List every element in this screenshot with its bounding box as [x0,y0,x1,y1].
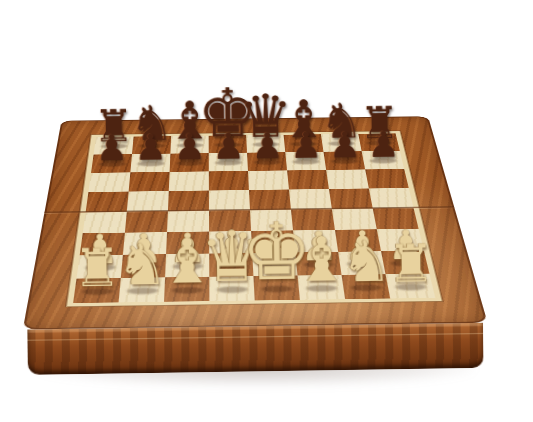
square-h6 [365,169,409,189]
piece-white-knight-b1: ♞ [119,277,165,302]
square-g7 [323,151,365,170]
square-a8 [94,137,134,155]
white-rook-glyph: ♜ [73,241,121,294]
square-c8 [170,136,208,154]
square-f6 [287,170,329,190]
piece-white-rook-a1: ♜ [73,278,121,303]
square-b7 [130,154,170,173]
square-c6 [169,171,209,191]
square-g5 [329,188,373,208]
square-f8 [284,134,324,152]
square-c5 [168,191,209,212]
chess-board: ♜♞♝♚♛♝♞♜♟♟♟♟♟♟♟♟♟♟♟♟♟♟♟♟♜♞♝♛♚♝♞♜ [23,116,488,329]
square-a5 [86,192,129,213]
square-c7 [170,153,209,172]
square-g6 [326,169,369,189]
square-h5 [369,188,414,208]
square-h7 [362,151,405,170]
piece-white-rook-h1: ♜ [386,274,436,299]
square-b6 [129,172,170,192]
chess-set-photo: ♜♞♝♚♛♝♞♜♟♟♟♟♟♟♟♟♟♟♟♟♟♟♟♟♜♞♝♛♚♝♞♜ [0,0,533,422]
square-d8 [209,135,247,153]
square-b8 [132,136,171,154]
square-d7 [209,153,248,172]
square-a6 [88,172,130,192]
piece-white-knight-g1: ♞ [342,274,391,299]
white-rook-glyph: ♜ [387,236,435,289]
square-h8 [358,133,399,151]
piece-white-bishop-f1: ♝ [298,275,346,300]
square-g8 [321,134,362,152]
square-e7 [247,152,287,171]
box-front-face [27,323,483,375]
white-knight-glyph: ♞ [340,233,392,290]
piece-white-king-e1: ♚ [253,275,299,300]
square-e8 [246,135,285,153]
square-e6 [248,170,289,190]
square-d6 [209,171,249,191]
square-b5 [127,191,169,212]
square-f7 [285,152,326,171]
square-a7 [91,154,132,173]
